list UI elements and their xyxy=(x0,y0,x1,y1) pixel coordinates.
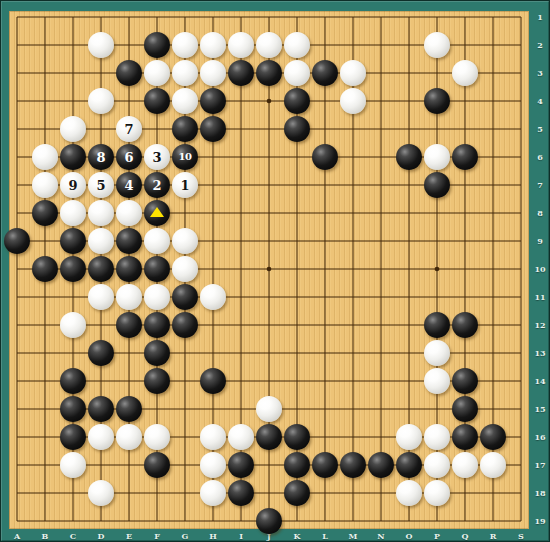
stone-D8-white[interactable] xyxy=(88,200,114,226)
column-label-F: F xyxy=(154,532,160,540)
stone-B8-black[interactable] xyxy=(32,200,58,226)
stone-F11-white[interactable] xyxy=(144,284,170,310)
stone-F17-black[interactable] xyxy=(144,452,170,478)
row-label-16: 16 xyxy=(534,433,545,441)
stone-I17-black[interactable] xyxy=(228,452,254,478)
stone-P12-black[interactable] xyxy=(424,312,450,338)
row-label-1: 1 xyxy=(537,13,543,21)
stone-H5-black[interactable] xyxy=(200,116,226,142)
stone-D11-white[interactable] xyxy=(88,284,114,310)
stone-A9-black[interactable] xyxy=(4,228,30,254)
stone-I16-white[interactable] xyxy=(228,424,254,450)
row-label-12: 12 xyxy=(534,321,545,329)
row-label-3: 3 xyxy=(537,69,543,77)
stone-C5-white[interactable] xyxy=(60,116,86,142)
stone-G12-black[interactable] xyxy=(172,312,198,338)
stone-H17-white[interactable] xyxy=(200,452,226,478)
stone-F8-black[interactable] xyxy=(144,200,170,226)
stone-B7-white[interactable] xyxy=(32,172,58,198)
stone-F13-black[interactable] xyxy=(144,340,170,366)
stone-F9-white[interactable] xyxy=(144,228,170,254)
row-label-5: 5 xyxy=(537,125,543,133)
stone-B6-white[interactable] xyxy=(32,144,58,170)
stone-P2-white[interactable] xyxy=(424,32,450,58)
stone-C14-black[interactable] xyxy=(60,368,86,394)
column-label-I: I xyxy=(239,532,243,540)
stone-P18-white[interactable] xyxy=(424,480,450,506)
row-label-2: 2 xyxy=(537,41,543,49)
stone-C8-white[interactable] xyxy=(60,200,86,226)
stone-J2-white[interactable] xyxy=(256,32,282,58)
stone-D6-black[interactable]: 8 xyxy=(88,144,114,170)
stone-G10-white[interactable] xyxy=(172,256,198,282)
stone-E7-black[interactable]: 4 xyxy=(116,172,142,198)
stone-H11-white[interactable] xyxy=(200,284,226,310)
stone-H2-white[interactable] xyxy=(200,32,226,58)
column-label-N: N xyxy=(377,532,384,540)
stone-F6-white[interactable]: 3 xyxy=(144,144,170,170)
column-label-D: D xyxy=(98,532,105,540)
stone-P7-black[interactable] xyxy=(424,172,450,198)
move-number-1: 1 xyxy=(180,179,189,192)
stone-M3-white[interactable] xyxy=(340,60,366,86)
stone-L6-black[interactable] xyxy=(312,144,338,170)
stone-O6-black[interactable] xyxy=(396,144,422,170)
stone-C10-black[interactable] xyxy=(60,256,86,282)
stone-H16-white[interactable] xyxy=(200,424,226,450)
stone-F10-black[interactable] xyxy=(144,256,170,282)
stone-K3-white[interactable] xyxy=(284,60,310,86)
stone-R16-black[interactable] xyxy=(480,424,506,450)
move-number-8: 8 xyxy=(96,151,105,164)
stone-O16-white[interactable] xyxy=(396,424,422,450)
stone-I18-black[interactable] xyxy=(228,480,254,506)
stone-Q16-black[interactable] xyxy=(452,424,478,450)
stone-G9-white[interactable] xyxy=(172,228,198,254)
column-label-E: E xyxy=(126,532,132,540)
stone-O17-black[interactable] xyxy=(396,452,422,478)
stone-E16-white[interactable] xyxy=(116,424,142,450)
stone-P14-white[interactable] xyxy=(424,368,450,394)
column-label-C: C xyxy=(70,532,76,540)
stone-P13-white[interactable] xyxy=(424,340,450,366)
stone-G6-black[interactable]: 10 xyxy=(172,144,198,170)
row-label-8: 8 xyxy=(537,209,543,217)
move-number-9: 9 xyxy=(68,179,77,192)
stone-G7-white[interactable]: 1 xyxy=(172,172,198,198)
move-number-4: 4 xyxy=(124,179,133,192)
stone-J15-white[interactable] xyxy=(256,396,282,422)
move-number-10: 10 xyxy=(179,152,192,162)
stone-K16-black[interactable] xyxy=(284,424,310,450)
row-label-4: 4 xyxy=(537,97,543,105)
stone-P4-black[interactable] xyxy=(424,88,450,114)
stone-F14-black[interactable] xyxy=(144,368,170,394)
stone-G11-black[interactable] xyxy=(172,284,198,310)
stone-E15-black[interactable] xyxy=(116,396,142,422)
stone-D9-white[interactable] xyxy=(88,228,114,254)
stone-F3-white[interactable] xyxy=(144,60,170,86)
stone-G4-white[interactable] xyxy=(172,88,198,114)
stone-C6-black[interactable] xyxy=(60,144,86,170)
stone-Q15-black[interactable] xyxy=(452,396,478,422)
stone-E3-black[interactable] xyxy=(116,60,142,86)
stone-K5-black[interactable] xyxy=(284,116,310,142)
stone-F4-black[interactable] xyxy=(144,88,170,114)
stone-Q6-black[interactable] xyxy=(452,144,478,170)
row-label-18: 18 xyxy=(534,489,545,497)
stone-M17-black[interactable] xyxy=(340,452,366,478)
move-number-5: 5 xyxy=(96,179,105,192)
stone-K4-black[interactable] xyxy=(284,88,310,114)
column-label-M: M xyxy=(349,532,358,540)
column-label-R: R xyxy=(490,532,497,540)
stone-E10-black[interactable] xyxy=(116,256,142,282)
row-label-7: 7 xyxy=(537,181,543,189)
stone-C9-black[interactable] xyxy=(60,228,86,254)
row-label-17: 17 xyxy=(534,461,545,469)
stone-G3-white[interactable] xyxy=(172,60,198,86)
stone-F7-black[interactable]: 2 xyxy=(144,172,170,198)
stone-E6-black[interactable]: 6 xyxy=(116,144,142,170)
stone-K2-white[interactable] xyxy=(284,32,310,58)
stone-P6-white[interactable] xyxy=(424,144,450,170)
stone-L17-black[interactable] xyxy=(312,452,338,478)
column-label-H: H xyxy=(209,532,217,540)
stone-I3-black[interactable] xyxy=(228,60,254,86)
row-label-13: 13 xyxy=(534,349,545,357)
stone-P17-white[interactable] xyxy=(424,452,450,478)
column-label-S: S xyxy=(518,532,524,540)
column-label-K: K xyxy=(294,532,301,540)
move-number-3: 3 xyxy=(152,151,161,164)
stone-Q12-black[interactable] xyxy=(452,312,478,338)
column-label-O: O xyxy=(406,532,413,540)
stone-F16-white[interactable] xyxy=(144,424,170,450)
move-number-2: 2 xyxy=(152,179,161,192)
stone-N17-black[interactable] xyxy=(368,452,394,478)
stone-C16-black[interactable] xyxy=(60,424,86,450)
row-label-14: 14 xyxy=(534,377,545,385)
stone-K17-black[interactable] xyxy=(284,452,310,478)
stone-C17-white[interactable] xyxy=(60,452,86,478)
stone-G2-white[interactable] xyxy=(172,32,198,58)
stone-B10-black[interactable] xyxy=(32,256,58,282)
row-label-19: 19 xyxy=(534,517,545,525)
stone-D15-black[interactable] xyxy=(88,396,114,422)
stone-J3-black[interactable] xyxy=(256,60,282,86)
stone-F12-black[interactable] xyxy=(144,312,170,338)
stone-D18-white[interactable] xyxy=(88,480,114,506)
stone-R17-white[interactable] xyxy=(480,452,506,478)
column-label-Q: Q xyxy=(462,532,469,540)
column-label-A: A xyxy=(14,532,20,540)
row-label-9: 9 xyxy=(537,237,543,245)
stone-D2-white[interactable] xyxy=(88,32,114,58)
goban[interactable] xyxy=(9,11,529,529)
stone-Q17-white[interactable] xyxy=(452,452,478,478)
row-label-10: 10 xyxy=(534,265,545,273)
stone-I2-white[interactable] xyxy=(228,32,254,58)
stone-E9-black[interactable] xyxy=(116,228,142,254)
stone-C7-white[interactable]: 9 xyxy=(60,172,86,198)
row-label-11: 11 xyxy=(534,293,545,301)
stone-E11-white[interactable] xyxy=(116,284,142,310)
stone-H18-white[interactable] xyxy=(200,480,226,506)
stone-D10-black[interactable] xyxy=(88,256,114,282)
stone-D13-black[interactable] xyxy=(88,340,114,366)
stone-D7-white[interactable]: 5 xyxy=(88,172,114,198)
stone-H3-white[interactable] xyxy=(200,60,226,86)
stone-Q14-black[interactable] xyxy=(452,368,478,394)
column-label-B: B xyxy=(42,532,49,540)
triangle-marker-icon xyxy=(150,207,164,217)
move-number-6: 6 xyxy=(124,151,133,164)
stone-F2-black[interactable] xyxy=(144,32,170,58)
stone-Q3-white[interactable] xyxy=(452,60,478,86)
stone-O18-white[interactable] xyxy=(396,480,422,506)
stone-C12-white[interactable] xyxy=(60,312,86,338)
stone-M4-white[interactable] xyxy=(340,88,366,114)
move-number-7: 7 xyxy=(124,123,133,136)
stone-K18-black[interactable] xyxy=(284,480,310,506)
go-diagram: 78631095421 ABCDEFGHIJKLMNOPQRS 12345678… xyxy=(0,0,550,542)
stone-L3-black[interactable] xyxy=(312,60,338,86)
stone-J19-black[interactable] xyxy=(256,508,282,534)
stone-H4-black[interactable] xyxy=(200,88,226,114)
stone-E8-white[interactable] xyxy=(116,200,142,226)
stone-E12-black[interactable] xyxy=(116,312,142,338)
column-label-G: G xyxy=(182,532,189,540)
stone-D4-white[interactable] xyxy=(88,88,114,114)
stone-D16-white[interactable] xyxy=(88,424,114,450)
stone-J16-black[interactable] xyxy=(256,424,282,450)
stone-P16-white[interactable] xyxy=(424,424,450,450)
row-label-15: 15 xyxy=(534,405,545,413)
column-label-P: P xyxy=(434,532,440,540)
row-label-6: 6 xyxy=(537,153,543,161)
stone-H14-black[interactable] xyxy=(200,368,226,394)
column-label-L: L xyxy=(322,532,328,540)
stone-G5-black[interactable] xyxy=(172,116,198,142)
stone-C15-black[interactable] xyxy=(60,396,86,422)
stone-E5-white[interactable]: 7 xyxy=(116,116,142,142)
